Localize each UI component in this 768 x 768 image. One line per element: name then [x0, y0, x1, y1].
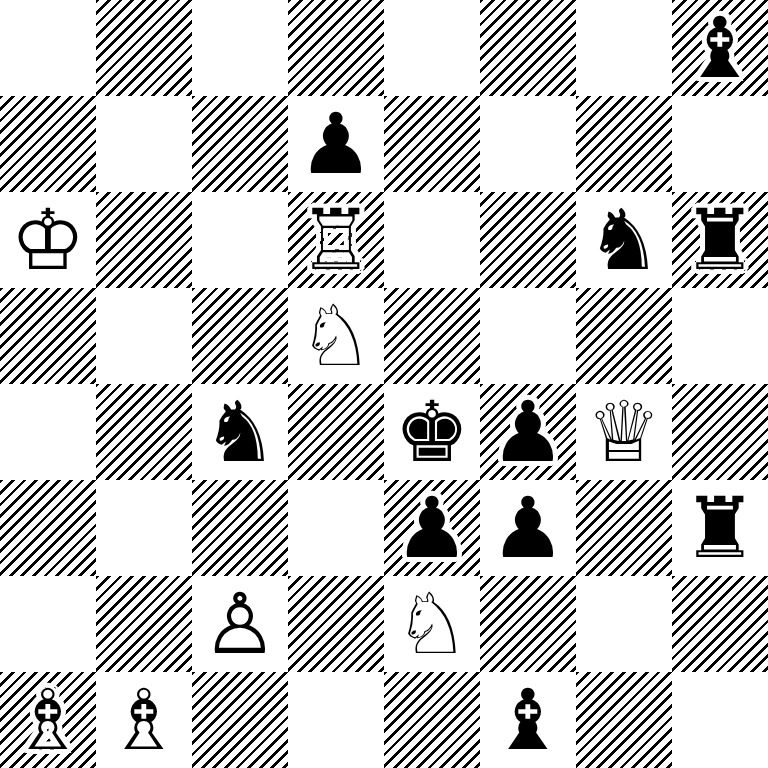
square-f7[interactable]	[480, 96, 576, 192]
square-g3[interactable]	[576, 480, 672, 576]
square-e6[interactable]	[384, 192, 480, 288]
square-b7[interactable]	[96, 96, 192, 192]
square-g7[interactable]	[576, 96, 672, 192]
square-g1[interactable]	[576, 672, 672, 768]
square-e3[interactable]: ♟	[384, 480, 480, 576]
square-d5[interactable]: ♘	[288, 288, 384, 384]
square-d8[interactable]	[288, 0, 384, 96]
square-c3[interactable]	[192, 480, 288, 576]
black-pawn-piece[interactable]: ♟	[490, 384, 565, 480]
white-rook-piece[interactable]: ♖	[298, 192, 373, 288]
square-g6[interactable]: ♞	[576, 192, 672, 288]
square-h8[interactable]: ♝	[672, 0, 768, 96]
black-rook-piece[interactable]: ♜	[682, 480, 757, 576]
white-bishop-piece[interactable]: ♗	[10, 672, 85, 768]
black-knight-piece[interactable]: ♞	[202, 384, 277, 480]
square-e5[interactable]	[384, 288, 480, 384]
square-a8[interactable]	[0, 0, 96, 96]
square-f1[interactable]: ♝	[480, 672, 576, 768]
square-b8[interactable]	[96, 0, 192, 96]
square-a3[interactable]	[0, 480, 96, 576]
square-h7[interactable]	[672, 96, 768, 192]
white-king-piece[interactable]: ♔	[10, 192, 85, 288]
square-e8[interactable]	[384, 0, 480, 96]
square-h3[interactable]: ♜	[672, 480, 768, 576]
square-a6[interactable]: ♔	[0, 192, 96, 288]
square-d3[interactable]	[288, 480, 384, 576]
black-pawn-piece[interactable]: ♟	[394, 480, 469, 576]
square-f4[interactable]: ♟	[480, 384, 576, 480]
black-rook-piece[interactable]: ♜	[682, 192, 757, 288]
square-h4[interactable]	[672, 384, 768, 480]
white-pawn-piece[interactable]: ♙	[202, 576, 277, 672]
square-g4[interactable]: ♕	[576, 384, 672, 480]
square-a5[interactable]	[0, 288, 96, 384]
square-g2[interactable]	[576, 576, 672, 672]
square-e4[interactable]: ♚	[384, 384, 480, 480]
square-f5[interactable]	[480, 288, 576, 384]
square-d1[interactable]	[288, 672, 384, 768]
black-bishop-piece[interactable]: ♝	[490, 672, 565, 768]
black-pawn-piece[interactable]: ♟	[490, 480, 565, 576]
square-c5[interactable]	[192, 288, 288, 384]
square-b4[interactable]	[96, 384, 192, 480]
square-a4[interactable]	[0, 384, 96, 480]
square-a1[interactable]: ♗	[0, 672, 96, 768]
white-queen-piece[interactable]: ♕	[586, 384, 661, 480]
square-h2[interactable]	[672, 576, 768, 672]
square-f8[interactable]	[480, 0, 576, 96]
square-f2[interactable]	[480, 576, 576, 672]
square-c7[interactable]	[192, 96, 288, 192]
square-e1[interactable]	[384, 672, 480, 768]
square-a7[interactable]	[0, 96, 96, 192]
square-b6[interactable]	[96, 192, 192, 288]
square-c4[interactable]: ♞	[192, 384, 288, 480]
square-d7[interactable]: ♟	[288, 96, 384, 192]
square-h6[interactable]: ♜	[672, 192, 768, 288]
black-knight-piece[interactable]: ♞	[586, 192, 661, 288]
white-knight-piece[interactable]: ♘	[394, 576, 469, 672]
square-d2[interactable]	[288, 576, 384, 672]
square-b5[interactable]	[96, 288, 192, 384]
black-pawn-piece[interactable]: ♟	[298, 96, 373, 192]
black-bishop-piece[interactable]: ♝	[682, 0, 757, 96]
square-b1[interactable]: ♗	[96, 672, 192, 768]
square-g8[interactable]	[576, 0, 672, 96]
square-f6[interactable]	[480, 192, 576, 288]
square-c1[interactable]	[192, 672, 288, 768]
black-king-piece[interactable]: ♚	[394, 384, 469, 480]
square-c8[interactable]	[192, 0, 288, 96]
square-e2[interactable]: ♘	[384, 576, 480, 672]
square-c2[interactable]: ♙	[192, 576, 288, 672]
square-b2[interactable]	[96, 576, 192, 672]
square-f3[interactable]: ♟	[480, 480, 576, 576]
chess-board: ♝♟♔♖♞♜♘♞♚♟♕♟♟♜♙♘♗♗♝	[0, 0, 768, 768]
square-b3[interactable]	[96, 480, 192, 576]
square-h1[interactable]	[672, 672, 768, 768]
square-d6[interactable]: ♖	[288, 192, 384, 288]
white-knight-piece[interactable]: ♘	[298, 288, 373, 384]
square-a2[interactable]	[0, 576, 96, 672]
square-d4[interactable]	[288, 384, 384, 480]
square-c6[interactable]	[192, 192, 288, 288]
square-h5[interactable]	[672, 288, 768, 384]
white-bishop-piece[interactable]: ♗	[106, 672, 181, 768]
square-e7[interactable]	[384, 96, 480, 192]
square-g5[interactable]	[576, 288, 672, 384]
